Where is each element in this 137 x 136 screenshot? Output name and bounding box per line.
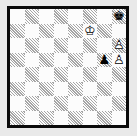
square-a8[interactable] [10,9,25,24]
square-h1[interactable] [112,111,127,126]
square-g8[interactable] [97,9,112,24]
square-b6[interactable] [25,38,40,53]
square-f2[interactable] [83,96,98,111]
square-e7[interactable] [68,24,83,39]
square-d8[interactable] [54,9,69,24]
square-h7[interactable] [112,24,127,39]
square-c1[interactable] [39,111,54,126]
piece-white-pawn: ♟♙ [112,53,127,68]
square-b7[interactable] [25,24,40,39]
square-b5[interactable] [25,53,40,68]
square-h5[interactable]: ♟♙ [112,53,127,68]
square-a4[interactable] [10,67,25,82]
square-b4[interactable] [25,67,40,82]
square-h2[interactable] [112,96,127,111]
square-a5[interactable] [10,53,25,68]
square-d2[interactable] [54,96,69,111]
square-f4[interactable] [83,67,98,82]
white-king-glyph: ♔ [83,24,98,39]
square-e6[interactable] [68,38,83,53]
white-pawn-fill-glyph: ♟ [112,38,127,53]
square-g7[interactable] [97,24,112,39]
square-d1[interactable] [54,111,69,126]
square-a6[interactable] [10,38,25,53]
chess-board: ♚♚♔♟♙♟♟♙ [7,6,129,128]
page-background: { "game": "chess", "position": { "fen": … [0,0,137,136]
black-king-glyph: ♚ [112,9,127,24]
square-e5[interactable] [68,53,83,68]
square-f6[interactable] [83,38,98,53]
square-h6[interactable]: ♟♙ [112,38,127,53]
square-f5[interactable] [83,53,98,68]
square-h4[interactable] [112,67,127,82]
white-pawn-glyph: ♙ [112,53,127,68]
square-d7[interactable] [54,24,69,39]
square-c2[interactable] [39,96,54,111]
square-c6[interactable] [39,38,54,53]
piece-white-pawn: ♟♙ [112,38,127,53]
square-e8[interactable] [68,9,83,24]
square-b2[interactable] [25,96,40,111]
square-c5[interactable] [39,53,54,68]
square-e2[interactable] [68,96,83,111]
square-d4[interactable] [54,67,69,82]
piece-black-king: ♚ [112,9,127,24]
white-king-fill-glyph: ♚ [83,24,98,39]
square-d6[interactable] [54,38,69,53]
square-g5[interactable]: ♟ [97,53,112,68]
square-e1[interactable] [68,111,83,126]
square-g2[interactable] [97,96,112,111]
square-c4[interactable] [39,67,54,82]
white-pawn-glyph: ♙ [112,38,127,53]
square-e4[interactable] [68,67,83,82]
square-c7[interactable] [39,24,54,39]
square-b8[interactable] [25,9,40,24]
square-g1[interactable] [97,111,112,126]
square-e3[interactable] [68,82,83,97]
square-c3[interactable] [39,82,54,97]
square-b1[interactable] [25,111,40,126]
square-f8[interactable] [83,9,98,24]
black-pawn-glyph: ♟ [97,53,112,68]
square-f3[interactable] [83,82,98,97]
square-f1[interactable] [83,111,98,126]
square-g3[interactable] [97,82,112,97]
board-grid: ♚♚♔♟♙♟♟♙ [10,9,126,125]
square-a2[interactable] [10,96,25,111]
square-d5[interactable] [54,53,69,68]
square-d3[interactable] [54,82,69,97]
square-c8[interactable] [39,9,54,24]
white-pawn-fill-glyph: ♟ [112,53,127,68]
square-a7[interactable] [10,24,25,39]
square-h8[interactable]: ♚ [112,9,127,24]
square-g6[interactable] [97,38,112,53]
square-h3[interactable] [112,82,127,97]
square-a1[interactable] [10,111,25,126]
square-b3[interactable] [25,82,40,97]
square-f7[interactable]: ♚♔ [83,24,98,39]
square-a3[interactable] [10,82,25,97]
piece-black-pawn: ♟ [97,53,112,68]
square-g4[interactable] [97,67,112,82]
piece-white-king: ♚♔ [83,24,98,39]
